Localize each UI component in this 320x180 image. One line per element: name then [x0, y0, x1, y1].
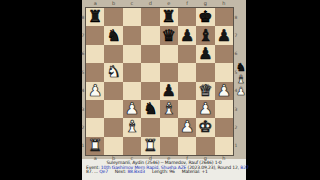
square-b6[interactable]	[104, 45, 122, 63]
square-g7[interactable]: ♝	[196, 26, 214, 44]
square-h6[interactable]	[215, 45, 233, 63]
material-label: Material:	[182, 169, 202, 174]
piece-black-rook-a8[interactable]: ♜	[88, 9, 102, 25]
rank-label-7: 7	[234, 26, 238, 44]
square-d6[interactable]	[141, 45, 159, 63]
eco-link[interactable]: B27	[240, 165, 248, 170]
rank-label-2: 2	[234, 118, 238, 136]
piece-white-pawn-f2[interactable]: ♟	[180, 119, 194, 135]
square-a4[interactable]: ♟	[86, 82, 104, 100]
tray-white-pawn: ♟	[236, 86, 246, 98]
square-f6[interactable]	[178, 45, 196, 63]
square-h3[interactable]	[215, 100, 233, 118]
square-e5[interactable]	[160, 63, 178, 81]
moves-line: 87. ... Qe7Next: 88.Bxd3Length: 96Materi…	[86, 169, 208, 174]
square-b2[interactable]	[104, 118, 122, 136]
piece-black-bishop-g7[interactable]: ♝	[198, 27, 212, 43]
square-a1[interactable]: ♜	[86, 137, 104, 155]
next-label: Next:	[115, 169, 128, 174]
square-c2[interactable]: ♝	[123, 118, 141, 136]
length-label: Length:	[152, 169, 169, 174]
square-b5[interactable]: ♞	[104, 63, 122, 81]
square-h2[interactable]	[215, 118, 233, 136]
square-f1[interactable]	[178, 137, 196, 155]
square-d7[interactable]	[141, 26, 159, 44]
piece-white-pawn-a4[interactable]: ♟	[88, 82, 102, 98]
square-g3[interactable]: ♟	[196, 100, 214, 118]
square-g4[interactable]: ♛	[196, 82, 214, 100]
square-f4[interactable]	[178, 82, 196, 100]
rank-label-1: 1	[234, 137, 238, 155]
square-b3[interactable]	[104, 100, 122, 118]
square-a2[interactable]	[86, 118, 104, 136]
square-b8[interactable]	[104, 8, 122, 26]
material-value: +1	[201, 169, 207, 174]
square-e7[interactable]: ♛	[160, 26, 178, 44]
piece-white-pawn-h4[interactable]: ♟	[217, 82, 231, 98]
square-a8[interactable]: ♜	[86, 8, 104, 26]
square-g6[interactable]: ♟	[196, 45, 214, 63]
square-h8[interactable]	[215, 8, 233, 26]
rank-label-8: 8	[234, 8, 238, 26]
piece-white-rook-d1[interactable]: ♜	[143, 137, 157, 153]
square-a3[interactable]	[86, 100, 104, 118]
square-d8[interactable]	[141, 8, 159, 26]
square-f7[interactable]: ♟	[178, 26, 196, 44]
piece-black-king-g8[interactable]: ♚	[198, 9, 212, 25]
square-g1[interactable]	[196, 137, 214, 155]
square-b7[interactable]: ♞	[104, 26, 122, 44]
piece-white-pawn-g3[interactable]: ♟	[198, 101, 212, 117]
piece-black-queen-e7[interactable]: ♛	[162, 27, 176, 43]
square-c6[interactable]	[123, 45, 141, 63]
square-g5[interactable]	[196, 63, 214, 81]
square-c8[interactable]	[123, 8, 141, 26]
square-h5[interactable]	[215, 63, 233, 81]
square-g2[interactable]: ♚	[196, 118, 214, 136]
square-c4[interactable]	[123, 82, 141, 100]
square-a6[interactable]	[86, 45, 104, 63]
piece-white-king-g2[interactable]: ♚	[198, 119, 212, 135]
piece-black-pawn-e4[interactable]: ♟	[162, 82, 176, 98]
square-d4[interactable]	[141, 82, 159, 100]
piece-black-pawn-f7[interactable]: ♟	[180, 27, 194, 43]
square-e6[interactable]	[160, 45, 178, 63]
piece-black-pawn-g6[interactable]: ♟	[198, 45, 212, 61]
square-e8[interactable]: ♜	[160, 8, 178, 26]
file-label-h: h	[215, 0, 233, 7]
piece-white-pawn-c3[interactable]: ♟	[125, 101, 139, 117]
square-f3[interactable]	[178, 100, 196, 118]
square-d2[interactable]	[141, 118, 159, 136]
square-g8[interactable]: ♚	[196, 8, 214, 26]
square-a7[interactable]	[86, 26, 104, 44]
piece-white-knight-b5[interactable]: ♞	[106, 64, 120, 80]
square-e3[interactable]: ♝	[160, 100, 178, 118]
square-d3[interactable]: ♞	[141, 100, 159, 118]
file-label-f: f	[178, 0, 196, 7]
piece-white-queen-g4[interactable]: ♛	[198, 82, 212, 98]
square-h1[interactable]	[215, 137, 233, 155]
square-f5[interactable]	[178, 63, 196, 81]
square-b1[interactable]	[104, 137, 122, 155]
chess-board[interactable]: ♜♜♚♞♛♟♝♟♟♞♟♟♛♟♟♞♝♟♝♟♚♜♜	[85, 7, 234, 156]
piece-black-rook-e8[interactable]: ♜	[162, 9, 176, 25]
last-move-link[interactable]: Qe7	[99, 169, 108, 174]
square-f2[interactable]: ♟	[178, 118, 196, 136]
square-f8[interactable]	[178, 8, 196, 26]
piece-black-pawn-h7[interactable]: ♟	[217, 27, 231, 43]
square-c1[interactable]	[123, 137, 141, 155]
piece-white-bishop-c2[interactable]: ♝	[125, 119, 139, 135]
piece-white-bishop-e3[interactable]: ♝	[162, 101, 176, 117]
square-c3[interactable]: ♟	[123, 100, 141, 118]
rank-label-3: 3	[234, 100, 238, 118]
square-h4[interactable]: ♟	[215, 82, 233, 100]
square-d1[interactable]: ♜	[141, 137, 159, 155]
piece-white-rook-a1[interactable]: ♜	[88, 137, 102, 153]
length-value: 96	[169, 169, 174, 174]
move-number: 87. ...	[86, 169, 98, 174]
file-label-b: b	[104, 0, 122, 7]
file-label-c: c	[123, 0, 141, 7]
piece-black-knight-d3[interactable]: ♞	[143, 101, 157, 117]
square-a5[interactable]	[86, 63, 104, 81]
square-b4[interactable]	[104, 82, 122, 100]
square-e2[interactable]	[160, 118, 178, 136]
square-c5[interactable]	[123, 63, 141, 81]
piece-black-knight-b7[interactable]: ♞	[106, 27, 120, 43]
square-c7[interactable]	[123, 26, 141, 44]
captured-material-tray: ♞♝♟	[236, 62, 246, 98]
file-label-d: d	[141, 0, 159, 7]
square-h7[interactable]: ♟	[215, 26, 233, 44]
square-d5[interactable]	[141, 63, 159, 81]
square-e4[interactable]: ♟	[160, 82, 178, 100]
square-e1[interactable]	[160, 137, 178, 155]
next-move-link[interactable]: 88.Bxd3	[127, 169, 145, 174]
